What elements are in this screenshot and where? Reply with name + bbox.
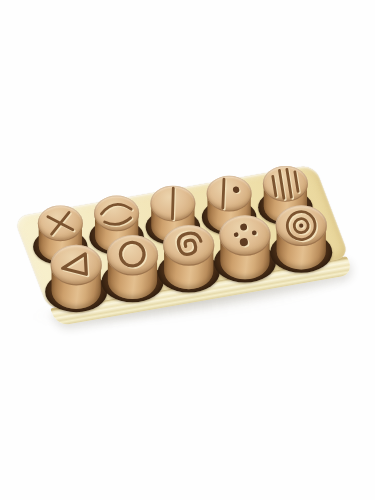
peg-top-face: [38, 205, 83, 241]
symbol-cross-icon: [38, 205, 83, 241]
symbol-stripes-icon: [263, 166, 308, 202]
symbol-line-and-dot-icon: [207, 176, 252, 212]
peg-top-face: [150, 186, 195, 222]
symbol-concentric-rings-icon: [276, 205, 327, 246]
peg-top-face: [50, 245, 101, 286]
peg-top-face: [263, 166, 308, 202]
peg-top-face: [107, 235, 158, 276]
peg-top-face: [276, 205, 327, 246]
symbol-double-arc-icon: [94, 196, 139, 232]
peg-top-face: [219, 215, 270, 256]
product-photo: [0, 0, 375, 500]
board-grid: [24, 158, 337, 291]
peg-top-face: [207, 176, 252, 212]
peg-top-face: [94, 196, 139, 232]
symbol-circle-icon: [107, 235, 158, 276]
symbol-triangle-icon: [50, 245, 101, 286]
symbol-dots-icon: [219, 215, 270, 256]
peg-top-face: [163, 225, 214, 266]
symbol-spiral-icon: [163, 225, 214, 266]
symbol-line-icon: [150, 186, 195, 222]
